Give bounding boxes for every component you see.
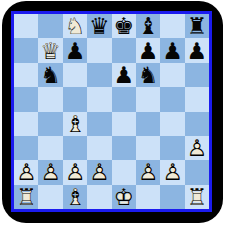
board-grid: ♞♘♛♚♝♜♛♕♟♟♟♟♞♟♞♝♗♟♙♟♙♟♙♟♙♟♙♟♙♟♙♜♖♝♗♚♔♜♖ <box>14 14 209 209</box>
square-g1[interactable] <box>160 185 184 209</box>
white-rook-piece[interactable]: ♜♖ <box>185 185 209 209</box>
square-b7[interactable]: ♛♕ <box>38 38 62 62</box>
piece-glyph-layer: ♞ <box>136 63 160 87</box>
square-d4[interactable] <box>87 112 111 136</box>
square-d3[interactable] <box>87 136 111 160</box>
square-f4[interactable] <box>136 112 160 136</box>
piece-glyph-layer: ♜ <box>185 14 209 38</box>
piece-glyph-layer: ♟ <box>160 38 184 62</box>
white-pawn-piece[interactable]: ♟♙ <box>185 136 209 160</box>
square-e6[interactable]: ♟ <box>112 63 136 87</box>
white-pawn-piece[interactable]: ♟♙ <box>87 160 111 184</box>
square-f2[interactable]: ♟♙ <box>136 160 160 184</box>
piece-glyph-layer: ♟ <box>112 63 136 87</box>
square-e8[interactable]: ♚ <box>112 14 136 38</box>
black-knight-piece[interactable]: ♞ <box>136 63 160 87</box>
square-h7[interactable]: ♟ <box>185 38 209 62</box>
square-c5[interactable] <box>63 87 87 111</box>
piece-outline-layer: ♙ <box>14 160 38 184</box>
black-pawn-piece[interactable]: ♟ <box>160 38 184 62</box>
chess-diagram: ♞♘♛♚♝♜♛♕♟♟♟♟♞♟♞♝♗♟♙♟♙♟♙♟♙♟♙♟♙♟♙♜♖♝♗♚♔♜♖ <box>0 0 225 225</box>
square-d6[interactable] <box>87 63 111 87</box>
square-b5[interactable] <box>38 87 62 111</box>
white-bishop-piece[interactable]: ♝♗ <box>63 185 87 209</box>
piece-glyph-layer: ♟ <box>136 38 160 62</box>
square-g6[interactable] <box>160 63 184 87</box>
piece-outline-layer: ♙ <box>185 136 209 160</box>
piece-outline-layer: ♗ <box>63 112 87 136</box>
square-e5[interactable] <box>112 87 136 111</box>
square-b1[interactable] <box>38 185 62 209</box>
square-a7[interactable] <box>14 38 38 62</box>
black-pawn-piece[interactable]: ♟ <box>136 38 160 62</box>
chess-board: ♞♘♛♚♝♜♛♕♟♟♟♟♞♟♞♝♗♟♙♟♙♟♙♟♙♟♙♟♙♟♙♜♖♝♗♚♔♜♖ <box>11 11 212 212</box>
piece-glyph-layer: ♟ <box>185 38 209 62</box>
black-bishop-piece[interactable]: ♝ <box>136 14 160 38</box>
square-g7[interactable]: ♟ <box>160 38 184 62</box>
black-pawn-piece[interactable]: ♟ <box>63 38 87 62</box>
square-c1[interactable]: ♝♗ <box>63 185 87 209</box>
square-f6[interactable]: ♞ <box>136 63 160 87</box>
piece-outline-layer: ♙ <box>87 160 111 184</box>
piece-outline-layer: ♙ <box>160 160 184 184</box>
square-f3[interactable] <box>136 136 160 160</box>
square-d8[interactable]: ♛ <box>87 14 111 38</box>
square-c3[interactable] <box>63 136 87 160</box>
white-rook-piece[interactable]: ♜♖ <box>14 185 38 209</box>
square-g4[interactable] <box>160 112 184 136</box>
square-d5[interactable] <box>87 87 111 111</box>
square-b4[interactable] <box>38 112 62 136</box>
square-a8[interactable] <box>14 14 38 38</box>
piece-glyph-layer: ♚ <box>112 14 136 38</box>
piece-outline-layer: ♔ <box>112 185 136 209</box>
white-queen-piece[interactable]: ♛♕ <box>38 38 62 62</box>
square-a2[interactable]: ♟♙ <box>14 160 38 184</box>
square-d1[interactable] <box>87 185 111 209</box>
square-e4[interactable] <box>112 112 136 136</box>
square-h2[interactable] <box>185 160 209 184</box>
square-g3[interactable] <box>160 136 184 160</box>
square-e7[interactable] <box>112 38 136 62</box>
square-h1[interactable]: ♜♖ <box>185 185 209 209</box>
square-h3[interactable]: ♟♙ <box>185 136 209 160</box>
square-a5[interactable] <box>14 87 38 111</box>
piece-outline-layer: ♙ <box>136 160 160 184</box>
white-pawn-piece[interactable]: ♟♙ <box>63 160 87 184</box>
black-king-piece[interactable]: ♚ <box>112 14 136 38</box>
piece-outline-layer: ♖ <box>185 185 209 209</box>
square-c2[interactable]: ♟♙ <box>63 160 87 184</box>
piece-glyph-layer: ♞ <box>38 63 62 87</box>
square-a6[interactable] <box>14 63 38 87</box>
square-h8[interactable]: ♜ <box>185 14 209 38</box>
white-pawn-piece[interactable]: ♟♙ <box>14 160 38 184</box>
square-d7[interactable] <box>87 38 111 62</box>
square-g2[interactable]: ♟♙ <box>160 160 184 184</box>
square-c7[interactable]: ♟ <box>63 38 87 62</box>
square-e2[interactable] <box>112 160 136 184</box>
piece-outline-layer: ♖ <box>14 185 38 209</box>
square-d2[interactable]: ♟♙ <box>87 160 111 184</box>
square-f1[interactable] <box>136 185 160 209</box>
white-bishop-piece[interactable]: ♝♗ <box>63 112 87 136</box>
square-h6[interactable] <box>185 63 209 87</box>
square-f8[interactable]: ♝ <box>136 14 160 38</box>
square-f5[interactable] <box>136 87 160 111</box>
white-king-piece[interactable]: ♚♔ <box>112 185 136 209</box>
black-queen-piece[interactable]: ♛ <box>87 14 111 38</box>
black-pawn-piece[interactable]: ♟ <box>112 63 136 87</box>
square-b8[interactable] <box>38 14 62 38</box>
square-c4[interactable]: ♝♗ <box>63 112 87 136</box>
white-knight-piece[interactable]: ♞♘ <box>63 14 87 38</box>
square-g5[interactable] <box>160 87 184 111</box>
square-b6[interactable]: ♞ <box>38 63 62 87</box>
square-g8[interactable] <box>160 14 184 38</box>
square-h4[interactable] <box>185 112 209 136</box>
square-c6[interactable] <box>63 63 87 87</box>
square-c8[interactable]: ♞♘ <box>63 14 87 38</box>
piece-glyph-layer: ♝ <box>136 14 160 38</box>
square-a4[interactable] <box>14 112 38 136</box>
piece-glyph-layer: ♛ <box>87 14 111 38</box>
square-e1[interactable]: ♚♔ <box>112 185 136 209</box>
black-knight-piece[interactable]: ♞ <box>38 63 62 87</box>
square-h5[interactable] <box>185 87 209 111</box>
black-pawn-piece[interactable]: ♟ <box>185 38 209 62</box>
piece-outline-layer: ♕ <box>38 38 62 62</box>
white-pawn-piece[interactable]: ♟♙ <box>38 160 62 184</box>
square-b3[interactable] <box>38 136 62 160</box>
piece-outline-layer: ♙ <box>63 160 87 184</box>
black-rook-piece[interactable]: ♜ <box>185 14 209 38</box>
square-b2[interactable]: ♟♙ <box>38 160 62 184</box>
piece-outline-layer: ♙ <box>38 160 62 184</box>
square-e3[interactable] <box>112 136 136 160</box>
white-pawn-piece[interactable]: ♟♙ <box>160 160 184 184</box>
square-f7[interactable]: ♟ <box>136 38 160 62</box>
square-a1[interactable]: ♜♖ <box>14 185 38 209</box>
piece-glyph-layer: ♟ <box>63 38 87 62</box>
piece-outline-layer: ♗ <box>63 185 87 209</box>
white-pawn-piece[interactable]: ♟♙ <box>136 160 160 184</box>
piece-outline-layer: ♘ <box>63 14 87 38</box>
square-a3[interactable] <box>14 136 38 160</box>
